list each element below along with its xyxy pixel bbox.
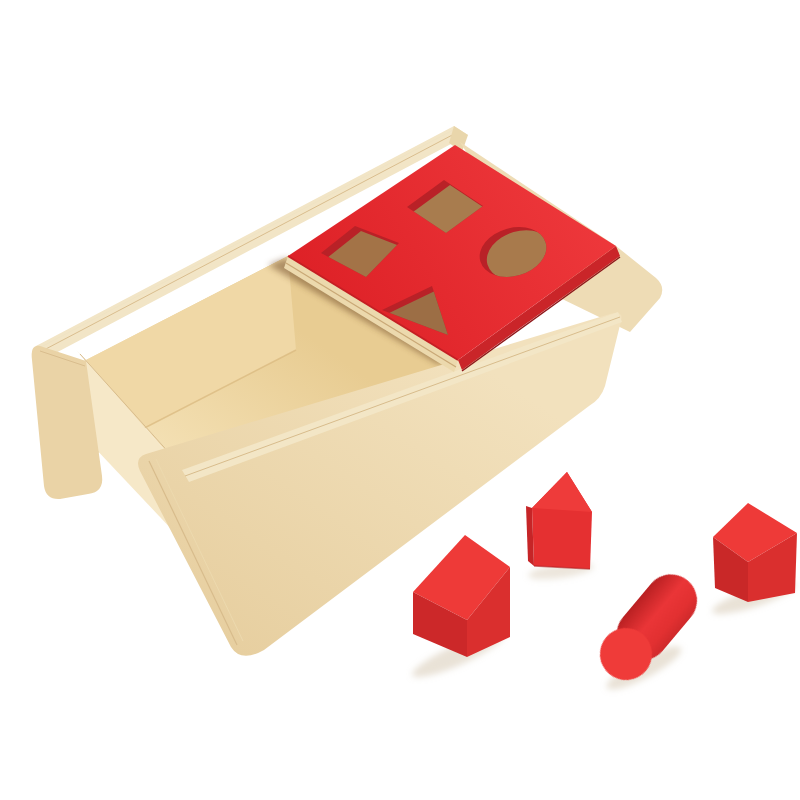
block-triangular-prism bbox=[526, 472, 592, 569]
shape-sorter-scene bbox=[0, 0, 800, 800]
product-photo bbox=[0, 0, 800, 800]
block-cube bbox=[713, 503, 797, 602]
prism-roof-face bbox=[532, 472, 592, 512]
block-rectangular-prism bbox=[413, 535, 510, 657]
